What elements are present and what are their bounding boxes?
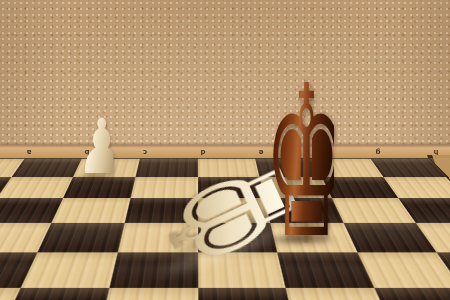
- square-e5: [198, 223, 278, 252]
- square-d3: [99, 288, 198, 300]
- square-b8: [11, 159, 82, 177]
- square-b7: [0, 177, 73, 198]
- square-f7: [260, 177, 332, 198]
- file-label-h: h: [428, 148, 444, 156]
- square-d8: [135, 159, 197, 177]
- file-label-b: b: [79, 148, 95, 156]
- square-c6: [52, 198, 131, 223]
- square-c4: [21, 252, 118, 288]
- square-e6: [198, 198, 271, 223]
- square-e7: [198, 177, 265, 198]
- square-e8: [198, 159, 260, 177]
- file-label-a: a: [21, 148, 37, 156]
- square-d7: [130, 177, 197, 198]
- square-f6: [265, 198, 344, 223]
- file-label-c: c: [137, 148, 153, 156]
- file-label-d: d: [195, 148, 211, 156]
- square-c8: [73, 159, 139, 177]
- file-label-g: g: [370, 148, 386, 156]
- square-d6: [125, 198, 198, 223]
- square-g3: [374, 288, 450, 300]
- square-f5: [270, 223, 357, 252]
- file-label-e: e: [253, 148, 269, 156]
- square-d5: [118, 223, 198, 252]
- chess-photo-scene: abcdefgh ♚ ♟ ♚ ♚: [0, 0, 450, 300]
- cork-wall-background: [0, 0, 450, 162]
- square-d4: [109, 252, 197, 288]
- square-c5: [38, 223, 125, 252]
- square-e3: [198, 288, 297, 300]
- chessboard: [0, 158, 450, 300]
- square-c7: [63, 177, 135, 198]
- square-f8: [255, 159, 321, 177]
- file-label-f: f: [312, 148, 328, 156]
- square-g4: [357, 252, 450, 288]
- square-e4: [198, 252, 286, 288]
